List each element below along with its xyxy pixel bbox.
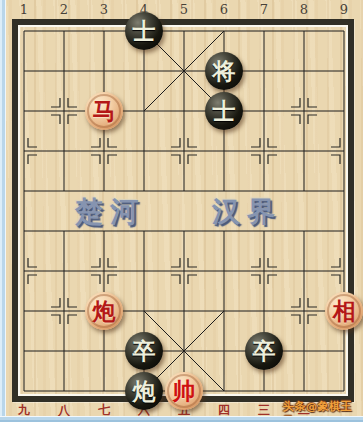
piece-glyph: 炮 <box>93 299 116 323</box>
piece-black-general[interactable]: 将 <box>205 52 243 90</box>
xiangqi-board-window: 123456789 九八七六五四三二一 楚河 汉界 士将士马炮相卒卒炮帅 头条@… <box>0 0 363 422</box>
piece-glyph: 马 <box>93 99 116 123</box>
piece-black-advisor-1[interactable]: 士 <box>125 12 163 50</box>
piece-glyph: 帅 <box>173 379 196 403</box>
piece-glyph: 将 <box>213 59 236 83</box>
piece-red-elephant[interactable]: 相 <box>325 292 363 330</box>
piece-glyph: 炮 <box>133 379 156 403</box>
piece-glyph: 士 <box>213 99 236 123</box>
piece-red-cannon[interactable]: 炮 <box>85 292 123 330</box>
piece-glyph: 士 <box>133 19 156 43</box>
piece-glyph: 卒 <box>133 339 156 363</box>
piece-red-general[interactable]: 帅 <box>165 372 203 410</box>
piece-black-soldier-2[interactable]: 卒 <box>245 332 283 370</box>
piece-black-cannon[interactable]: 炮 <box>125 372 163 410</box>
piece-red-horse[interactable]: 马 <box>85 92 123 130</box>
piece-glyph: 卒 <box>253 339 276 363</box>
piece-black-soldier-1[interactable]: 卒 <box>125 332 163 370</box>
pieces-layer: 士将士马炮相卒卒炮帅 <box>4 11 363 411</box>
piece-black-advisor-2[interactable]: 士 <box>205 92 243 130</box>
window-edge-bottom <box>0 416 363 422</box>
window-edge-left <box>0 0 6 422</box>
piece-glyph: 相 <box>333 299 356 323</box>
